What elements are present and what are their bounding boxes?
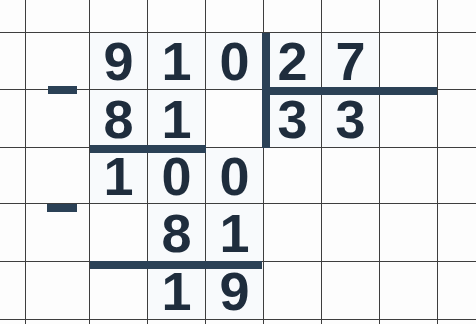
cell-r1c6-digit-7: 7 xyxy=(322,33,380,90)
cell-r5c2 xyxy=(90,262,148,320)
cell-r2c7 xyxy=(380,90,438,148)
cell-r1c5-digit-2: 2 xyxy=(264,33,322,90)
grid-paper: 9102781331008119 xyxy=(0,0,476,324)
subtraction-line-2 xyxy=(90,261,262,269)
cell-r6c0 xyxy=(0,320,26,324)
cell-r1c3-digit-1: 1 xyxy=(148,33,206,90)
long-division-worksheet: 9102781331008119 xyxy=(0,0,476,324)
cell-r1c0 xyxy=(0,33,26,90)
cell-r3c0 xyxy=(0,148,26,204)
cell-r3c2-digit-1: 1 xyxy=(90,148,148,204)
cell-r3c8 xyxy=(438,148,476,204)
cell-r3c7 xyxy=(380,148,438,204)
cell-r6c4 xyxy=(206,320,264,324)
cell-r3c3-digit-0: 0 xyxy=(148,148,206,204)
cell-r0c4 xyxy=(206,0,264,33)
minus-sign-100-81 xyxy=(47,204,77,212)
cell-r4c5 xyxy=(264,204,322,262)
subtraction-line-1 xyxy=(90,145,206,153)
cell-r5c0 xyxy=(0,262,26,320)
cell-r2c5-digit-3: 3 xyxy=(264,90,322,148)
cell-r5c7 xyxy=(380,262,438,320)
minus-sign-910-81 xyxy=(48,86,77,94)
cell-r1c2-digit-9: 9 xyxy=(90,33,148,90)
cell-r0c6 xyxy=(322,0,380,33)
cell-r4c3-digit-8: 8 xyxy=(148,204,206,262)
cell-r5c3-digit-1: 1 xyxy=(148,262,206,320)
cell-r1c7 xyxy=(380,33,438,90)
cell-r4c4-digit-1: 1 xyxy=(206,204,264,262)
cell-r4c7 xyxy=(380,204,438,262)
cell-r0c3 xyxy=(148,0,206,33)
cell-r6c6 xyxy=(322,320,380,324)
cell-r5c1 xyxy=(26,262,90,320)
cell-r6c1 xyxy=(26,320,90,324)
cell-r2c1 xyxy=(26,90,90,148)
cell-r1c4-digit-0: 0 xyxy=(206,33,264,90)
cell-r0c5 xyxy=(264,0,322,33)
cell-r5c4-digit-9: 9 xyxy=(206,262,264,320)
cell-r3c4-digit-0: 0 xyxy=(206,148,264,204)
cell-r6c5 xyxy=(264,320,322,324)
cell-r0c0 xyxy=(0,0,26,33)
cell-r4c0 xyxy=(0,204,26,262)
cell-r0c7 xyxy=(380,0,438,33)
cell-r4c6 xyxy=(322,204,380,262)
cell-r4c2 xyxy=(90,204,148,262)
cell-r2c4 xyxy=(206,90,264,148)
cell-r4c1 xyxy=(26,204,90,262)
cell-r2c6-digit-3: 3 xyxy=(322,90,380,148)
cell-r0c1 xyxy=(26,0,90,33)
quotient-separator-line xyxy=(263,87,437,95)
cell-r2c3-digit-1: 1 xyxy=(148,90,206,148)
cell-r6c7 xyxy=(380,320,438,324)
cell-r1c8 xyxy=(438,33,476,90)
cell-r6c3 xyxy=(148,320,206,324)
cell-r2c0 xyxy=(0,90,26,148)
cell-r4c8 xyxy=(438,204,476,262)
cell-r2c2-digit-8: 8 xyxy=(90,90,148,148)
cell-r3c6 xyxy=(322,148,380,204)
cell-r5c6 xyxy=(322,262,380,320)
cell-r0c8 xyxy=(438,0,476,33)
cell-r5c8 xyxy=(438,262,476,320)
cell-r2c8 xyxy=(438,90,476,148)
cell-r6c8 xyxy=(438,320,476,324)
cell-r5c5 xyxy=(264,262,322,320)
cell-r0c2 xyxy=(90,0,148,33)
cell-r3c5 xyxy=(264,148,322,204)
cell-r3c1 xyxy=(26,148,90,204)
cell-r6c2 xyxy=(90,320,148,324)
cell-r1c1 xyxy=(26,33,90,90)
